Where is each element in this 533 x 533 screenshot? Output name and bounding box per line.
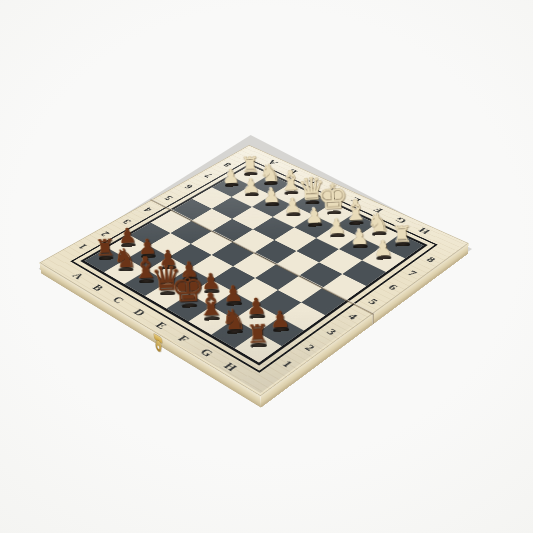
chess-set-photo: ♜♞♝♛♚♝♞♜♟♟♟♟♟♟♟♟♟♟♟♟♟♟♟♟♜♞♝♛♚♝♞♜ AABBCCD…	[0, 0, 533, 533]
brass-clasp	[153, 333, 165, 359]
scene-rotation-wrapper: ♜♞♝♛♚♝♞♜♟♟♟♟♟♟♟♟♟♟♟♟♟♟♟♟♜♞♝♛♚♝♞♜ AABBCCD…	[0, 0, 533, 533]
perspective-wrapper: ♜♞♝♛♚♝♞♜♟♟♟♟♟♟♟♟♟♟♟♟♟♟♟♟♜♞♝♛♚♝♞♜ AABBCCD…	[0, 0, 533, 533]
chess-grid: ♜♞♝♛♚♝♞♜♟♟♟♟♟♟♟♟♟♟♟♟♟♟♟♟♜♞♝♛♚♝♞♜	[84, 165, 423, 362]
chessboard: ♜♞♝♛♚♝♞♜♟♟♟♟♟♟♟♟♟♟♟♟♟♟♟♟♜♞♝♛♚♝♞♜ AABBCCD…	[39, 145, 468, 396]
